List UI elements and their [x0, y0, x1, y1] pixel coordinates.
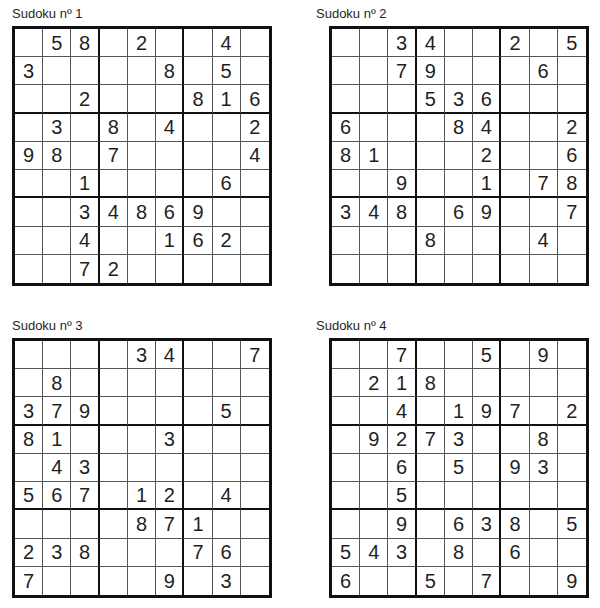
- cell-r1c4: 4: [417, 29, 445, 57]
- cell-r6c3: 7: [71, 482, 99, 510]
- cell-r6c4: [100, 170, 128, 198]
- cell-r3c2: [360, 85, 388, 113]
- cell-r9c2: [360, 567, 388, 595]
- cell-r2c7: [184, 369, 212, 397]
- cell-r8c3: 8: [71, 539, 99, 567]
- cell-r5c3: 6: [388, 454, 416, 482]
- cell-r8c8: [530, 539, 558, 567]
- cell-r8c5: [445, 227, 473, 255]
- cell-r5c9: [241, 454, 269, 482]
- cell-r3c4: [100, 85, 128, 113]
- cell-r5c4: 7: [100, 142, 128, 170]
- cell-r1c9: [558, 341, 586, 369]
- cell-r4c9: 2: [241, 114, 269, 142]
- cell-r1c5: 2: [128, 29, 156, 57]
- cell-r6c2: [360, 482, 388, 510]
- cell-r9c1: 6: [332, 567, 360, 595]
- cell-r8c8: 4: [530, 227, 558, 255]
- cell-r2c2: [360, 57, 388, 85]
- cell-r4c2: 9: [360, 426, 388, 454]
- cell-r5c9: 4: [241, 142, 269, 170]
- cell-r6c3: 5: [388, 482, 416, 510]
- sudoku-grid-4: 75921841972927386593596385543866579: [329, 338, 589, 598]
- cell-r5c6: 2: [473, 142, 501, 170]
- cell-r1c5: 3: [128, 341, 156, 369]
- cell-r3c5: 1: [445, 397, 473, 425]
- cell-r1c7: 2: [501, 29, 529, 57]
- cell-r2c4: 8: [417, 369, 445, 397]
- cell-r7c3: 3: [71, 198, 99, 226]
- cell-r9c1: [332, 255, 360, 283]
- cell-r1c9: 5: [558, 29, 586, 57]
- cell-r3c5: 3: [445, 85, 473, 113]
- cell-r3c4: [100, 397, 128, 425]
- cell-r4c2: 3: [43, 114, 71, 142]
- cell-r2c5: [445, 369, 473, 397]
- cell-r9c5: [445, 255, 473, 283]
- cell-r8c9: [558, 539, 586, 567]
- cell-r7c9: [241, 510, 269, 538]
- cell-r6c4: [417, 170, 445, 198]
- cell-r1c9: 7: [241, 341, 269, 369]
- cell-r6c7: [501, 170, 529, 198]
- cell-r9c3: [388, 567, 416, 595]
- cell-r4c3: 2: [388, 426, 416, 454]
- cell-r2c8: [213, 369, 241, 397]
- cell-r2c3: 7: [388, 57, 416, 85]
- cell-r9c7: [501, 255, 529, 283]
- sudoku-grid-3: 347837958134356712487123876793: [12, 338, 272, 598]
- cell-r6c8: 7: [530, 170, 558, 198]
- cell-r3c8: 5: [213, 397, 241, 425]
- cell-r5c4: [100, 454, 128, 482]
- cell-r3c5: [128, 85, 156, 113]
- cell-r5c7: 9: [501, 454, 529, 482]
- cell-r2c6: [473, 57, 501, 85]
- cell-r3c1: [332, 85, 360, 113]
- cell-r5c3: 3: [71, 454, 99, 482]
- cell-r7c9: 5: [558, 510, 586, 538]
- cell-r3c6: 9: [473, 397, 501, 425]
- cell-r1c8: [530, 29, 558, 57]
- cell-r9c4: 5: [417, 567, 445, 595]
- cell-r2c2: [43, 57, 71, 85]
- cell-r1c2: [360, 29, 388, 57]
- cell-r1c3: 8: [71, 29, 99, 57]
- cell-r5c3: [388, 142, 416, 170]
- cell-r9c9: [241, 255, 269, 283]
- cell-r2c9: [558, 369, 586, 397]
- cell-r3c9: [241, 397, 269, 425]
- cell-r8c2: [360, 227, 388, 255]
- cell-r1c7: [184, 341, 212, 369]
- cell-r3c3: 2: [71, 85, 99, 113]
- cell-r3c3: [388, 85, 416, 113]
- cell-r1c7: [184, 29, 212, 57]
- cell-r9c7: [184, 567, 212, 595]
- cell-r1c4: [100, 29, 128, 57]
- cell-r3c4: 5: [417, 85, 445, 113]
- cell-r4c3: [71, 114, 99, 142]
- cell-r8c3: 4: [71, 227, 99, 255]
- cell-r3c9: 2: [558, 397, 586, 425]
- cell-r7c7: 1: [184, 510, 212, 538]
- cell-r7c1: [15, 198, 43, 226]
- cell-r9c7: [184, 255, 212, 283]
- cell-r2c1: [332, 57, 360, 85]
- cell-r9c4: [417, 255, 445, 283]
- cell-r5c2: 8: [43, 142, 71, 170]
- cell-r1c2: 5: [43, 29, 71, 57]
- cell-r2c3: 1: [388, 369, 416, 397]
- cell-r5c8: [213, 142, 241, 170]
- cell-r4c6: 4: [473, 114, 501, 142]
- cell-r1c6: [156, 29, 184, 57]
- cell-r9c4: 2: [100, 255, 128, 283]
- cell-r7c9: 7: [558, 198, 586, 226]
- cell-r9c6: 7: [473, 567, 501, 595]
- cell-r5c9: [558, 454, 586, 482]
- cell-r2c5: [445, 57, 473, 85]
- cell-r3c9: [558, 85, 586, 113]
- cell-r4c4: [100, 426, 128, 454]
- cell-r5c4: [417, 454, 445, 482]
- cell-r3c7: [501, 85, 529, 113]
- cell-r8c4: [100, 227, 128, 255]
- cell-r4c9: [241, 426, 269, 454]
- cell-r6c9: [558, 482, 586, 510]
- cell-r4c7: [501, 426, 529, 454]
- cell-r7c2: [43, 510, 71, 538]
- cell-r6c5: [445, 482, 473, 510]
- cell-r4c4: 7: [417, 426, 445, 454]
- cell-r9c8: [530, 255, 558, 283]
- cell-r5c1: 8: [332, 142, 360, 170]
- cell-r9c2: [360, 255, 388, 283]
- cell-r5c4: [417, 142, 445, 170]
- cell-r7c2: [43, 198, 71, 226]
- cell-r4c8: [213, 114, 241, 142]
- cell-r3c4: [417, 397, 445, 425]
- cell-r4c8: [530, 114, 558, 142]
- cell-r2c4: 9: [417, 57, 445, 85]
- cell-r4c4: 8: [100, 114, 128, 142]
- cell-r6c8: 4: [213, 482, 241, 510]
- cell-r7c2: 4: [360, 198, 388, 226]
- cell-r2c9: [558, 57, 586, 85]
- cell-r2c4: [100, 369, 128, 397]
- cell-r9c5: [445, 567, 473, 595]
- cell-r3c2: [360, 397, 388, 425]
- puzzle-title-4: Sudoku nº 4: [316, 319, 589, 333]
- cell-r5c6: [156, 142, 184, 170]
- cell-r5c1: [15, 454, 43, 482]
- cell-r3c3: 4: [388, 397, 416, 425]
- cell-r5c2: 1: [360, 142, 388, 170]
- cell-r1c7: [501, 341, 529, 369]
- cell-r7c2: [360, 510, 388, 538]
- cell-r8c9: [558, 227, 586, 255]
- cell-r8c4: [100, 539, 128, 567]
- cell-r1c9: [241, 29, 269, 57]
- cell-r9c9: [558, 255, 586, 283]
- cell-r8c2: [43, 227, 71, 255]
- cell-r6c7: [501, 482, 529, 510]
- cell-r3c5: [128, 397, 156, 425]
- cell-r1c1: [15, 29, 43, 57]
- cell-r1c4: [417, 341, 445, 369]
- cell-r8c1: 5: [332, 539, 360, 567]
- cell-r3c1: [332, 397, 360, 425]
- cell-r8c5: 8: [445, 539, 473, 567]
- cell-r7c7: [501, 198, 529, 226]
- sudoku-grid-1: 58243852816384298741634869416272: [12, 26, 272, 286]
- cell-r4c5: [128, 114, 156, 142]
- cell-r6c7: [184, 482, 212, 510]
- cell-r9c4: [100, 567, 128, 595]
- cell-r7c4: [100, 510, 128, 538]
- cell-r6c2: [360, 170, 388, 198]
- cell-r6c2: [43, 170, 71, 198]
- cell-r2c6: [156, 369, 184, 397]
- cell-r8c1: [332, 227, 360, 255]
- cell-r8c6: [473, 539, 501, 567]
- puzzle-panel-2: Sudoku nº 2 3425796536684281269178348697…: [316, 7, 589, 286]
- cell-r5c2: [360, 454, 388, 482]
- cell-r7c8: [530, 198, 558, 226]
- puzzle-panel-1: Sudoku nº 1 5824385281638429874163486941…: [12, 7, 272, 286]
- cell-r6c7: [184, 170, 212, 198]
- cell-r6c3: 9: [388, 170, 416, 198]
- cell-r5c1: 9: [15, 142, 43, 170]
- cell-r3c8: 1: [213, 85, 241, 113]
- cell-r7c1: 3: [332, 198, 360, 226]
- cell-r9c8: [213, 255, 241, 283]
- cell-r2c8: 6: [530, 57, 558, 85]
- cell-r4c6: [473, 426, 501, 454]
- cell-r7c6: 7: [156, 510, 184, 538]
- cell-r8c7: [501, 227, 529, 255]
- cell-r3c6: [156, 85, 184, 113]
- cell-r5c6: [473, 454, 501, 482]
- cell-r2c1: [332, 369, 360, 397]
- puzzle-title-1: Sudoku nº 1: [12, 7, 272, 21]
- cell-r4c1: [15, 114, 43, 142]
- cell-r9c3: 7: [71, 255, 99, 283]
- cell-r5c5: [128, 454, 156, 482]
- cell-r5c8: [213, 454, 241, 482]
- cell-r4c1: 8: [15, 426, 43, 454]
- cell-r8c4: 8: [417, 227, 445, 255]
- cell-r9c2: [43, 567, 71, 595]
- cell-r6c8: 6: [213, 170, 241, 198]
- cell-r5c8: [530, 142, 558, 170]
- cell-r1c8: 4: [213, 29, 241, 57]
- sudoku-grid-2: 342579653668428126917834869784: [329, 26, 589, 286]
- cell-r4c1: 6: [332, 114, 360, 142]
- cell-r8c7: 6: [501, 539, 529, 567]
- cell-r4c5: 8: [445, 114, 473, 142]
- cell-r1c1: [332, 341, 360, 369]
- cell-r7c6: 6: [156, 198, 184, 226]
- cell-r7c6: 3: [473, 510, 501, 538]
- cell-r4c6: 4: [156, 114, 184, 142]
- cell-r2c3: [71, 57, 99, 85]
- cell-r4c7: [184, 426, 212, 454]
- cell-r8c2: 4: [360, 539, 388, 567]
- cell-r7c4: [417, 510, 445, 538]
- cell-r9c2: [43, 255, 71, 283]
- cell-r6c6: 2: [156, 482, 184, 510]
- cell-r8c6: [473, 227, 501, 255]
- cell-r7c5: 6: [445, 510, 473, 538]
- cell-r4c2: 1: [43, 426, 71, 454]
- cell-r8c7: 7: [184, 539, 212, 567]
- cell-r3c1: [15, 85, 43, 113]
- cell-r1c8: [213, 341, 241, 369]
- cell-r4c7: [184, 114, 212, 142]
- cell-r6c1: 5: [15, 482, 43, 510]
- cell-r5c3: [71, 142, 99, 170]
- cell-r7c1: [15, 510, 43, 538]
- cell-r2c7: [501, 57, 529, 85]
- cell-r4c3: [71, 426, 99, 454]
- cell-r2c9: [241, 369, 269, 397]
- cell-r2c4: [100, 57, 128, 85]
- cell-r8c6: [156, 539, 184, 567]
- cell-r4c6: 3: [156, 426, 184, 454]
- cell-r5c5: [128, 142, 156, 170]
- cell-r8c3: 3: [388, 539, 416, 567]
- cell-r8c9: [241, 539, 269, 567]
- cell-r4c1: [332, 426, 360, 454]
- sudoku-sheet: Sudoku nº 1 5824385281638429874163486941…: [0, 0, 600, 608]
- cell-r1c1: [15, 341, 43, 369]
- cell-r2c3: [71, 369, 99, 397]
- cell-r3c6: 6: [473, 85, 501, 113]
- cell-r7c7: 8: [501, 510, 529, 538]
- cell-r8c3: [388, 227, 416, 255]
- cell-r2c5: [128, 369, 156, 397]
- cell-r5c5: 5: [445, 454, 473, 482]
- cell-r3c8: [530, 85, 558, 113]
- cell-r7c8: [213, 198, 241, 226]
- cell-r1c6: [473, 29, 501, 57]
- cell-r9c3: [388, 255, 416, 283]
- cell-r2c9: [241, 57, 269, 85]
- cell-r6c6: [156, 170, 184, 198]
- cell-r2c8: [530, 369, 558, 397]
- cell-r9c6: 9: [156, 567, 184, 595]
- cell-r7c9: [241, 198, 269, 226]
- cell-r9c1: 7: [15, 567, 43, 595]
- cell-r6c4: [100, 482, 128, 510]
- cell-r3c7: [184, 397, 212, 425]
- cell-r7c3: 9: [388, 510, 416, 538]
- cell-r7c6: 9: [473, 198, 501, 226]
- cell-r7c5: 8: [128, 198, 156, 226]
- cell-r1c1: [332, 29, 360, 57]
- cell-r8c8: 2: [213, 227, 241, 255]
- cell-r6c9: [241, 170, 269, 198]
- cell-r7c8: [213, 510, 241, 538]
- cell-r6c5: [128, 170, 156, 198]
- cell-r8c5: [128, 539, 156, 567]
- cell-r2c6: [473, 369, 501, 397]
- puzzle-title-2: Sudoku nº 2: [316, 7, 589, 21]
- cell-r3c8: [530, 397, 558, 425]
- cell-r1c2: [43, 341, 71, 369]
- cell-r4c5: 3: [445, 426, 473, 454]
- cell-r5c7: [184, 454, 212, 482]
- cell-r6c6: 1: [473, 170, 501, 198]
- cell-r8c1: [15, 227, 43, 255]
- cell-r4c9: [558, 426, 586, 454]
- cell-r7c5: 8: [128, 510, 156, 538]
- puzzle-title-3: Sudoku nº 3: [12, 319, 272, 333]
- cell-r5c5: [445, 142, 473, 170]
- cell-r6c4: [417, 482, 445, 510]
- cell-r8c8: 6: [213, 539, 241, 567]
- cell-r2c7: [501, 369, 529, 397]
- cell-r4c8: [213, 426, 241, 454]
- cell-r6c8: [530, 482, 558, 510]
- cell-r2c1: 3: [15, 57, 43, 85]
- cell-r2c8: 5: [213, 57, 241, 85]
- cell-r6c1: [332, 482, 360, 510]
- cell-r9c5: [128, 567, 156, 595]
- cell-r4c8: 8: [530, 426, 558, 454]
- cell-r1c5: [445, 29, 473, 57]
- cell-r1c5: [445, 341, 473, 369]
- cell-r1c8: 9: [530, 341, 558, 369]
- cell-r7c1: [332, 510, 360, 538]
- cell-r4c9: 2: [558, 114, 586, 142]
- cell-r9c8: [530, 567, 558, 595]
- cell-r4c5: [128, 426, 156, 454]
- cell-r6c6: [473, 482, 501, 510]
- puzzle-panel-4: Sudoku nº 4 7592184197292738659359638554…: [316, 319, 589, 598]
- cell-r9c7: [501, 567, 529, 595]
- cell-r1c3: 7: [388, 341, 416, 369]
- cell-r2c6: 8: [156, 57, 184, 85]
- cell-r9c8: 3: [213, 567, 241, 595]
- cell-r4c4: [417, 114, 445, 142]
- cell-r9c1: [15, 255, 43, 283]
- cell-r3c6: [156, 397, 184, 425]
- cell-r4c3: [388, 114, 416, 142]
- cell-r4c2: [360, 114, 388, 142]
- cell-r2c5: [128, 57, 156, 85]
- cell-r6c2: 6: [43, 482, 71, 510]
- cell-r1c3: [71, 341, 99, 369]
- cell-r9c5: [128, 255, 156, 283]
- cell-r9c3: [71, 567, 99, 595]
- cell-r6c9: 8: [558, 170, 586, 198]
- cell-r5c9: 6: [558, 142, 586, 170]
- cell-r5c7: [501, 142, 529, 170]
- cell-r1c2: [360, 341, 388, 369]
- cell-r4c7: [501, 114, 529, 142]
- cell-r9c6: [156, 255, 184, 283]
- cell-r8c2: 3: [43, 539, 71, 567]
- cell-r7c8: [530, 510, 558, 538]
- cell-r7c7: 9: [184, 198, 212, 226]
- cell-r1c4: [100, 341, 128, 369]
- cell-r6c9: [241, 482, 269, 510]
- cell-r2c7: [184, 57, 212, 85]
- cell-r6c5: [445, 170, 473, 198]
